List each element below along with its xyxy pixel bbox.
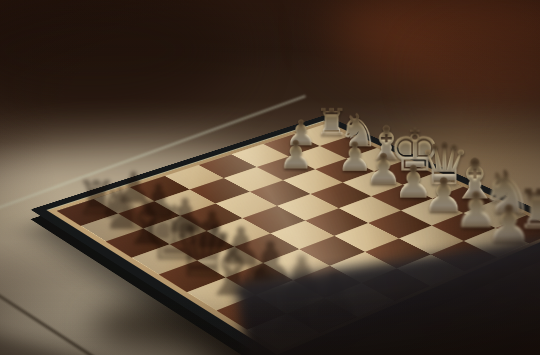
white-pawn[interactable]: ♟ [278,138,313,173]
